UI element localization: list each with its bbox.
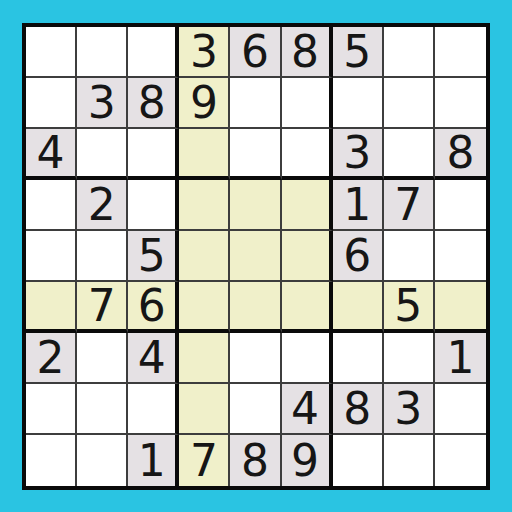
cell-r5c9[interactable] (435, 231, 486, 282)
cell-r3c2[interactable] (77, 129, 128, 180)
cell-r8c7[interactable]: 8 (333, 384, 384, 435)
cell-r1c3[interactable] (128, 27, 179, 78)
cell-r5c3[interactable]: 5 (128, 231, 179, 282)
cell-r5c5[interactable] (230, 231, 281, 282)
cell-r6c1[interactable] (26, 282, 77, 333)
cell-r2c5[interactable] (230, 78, 281, 129)
cell-r9c3[interactable]: 1 (128, 435, 179, 486)
cell-r9c6[interactable]: 9 (282, 435, 333, 486)
cell-r6c6[interactable] (282, 282, 333, 333)
cell-r5c6[interactable] (282, 231, 333, 282)
cell-r9c7[interactable] (333, 435, 384, 486)
cell-r9c9[interactable] (435, 435, 486, 486)
cell-r2c8[interactable] (384, 78, 435, 129)
cell-r1c6[interactable]: 8 (282, 27, 333, 78)
cell-r9c8[interactable] (384, 435, 435, 486)
cell-r4c8[interactable]: 7 (384, 180, 435, 231)
cell-r3c9[interactable]: 8 (435, 129, 486, 180)
cell-r4c9[interactable] (435, 180, 486, 231)
cell-r2c3[interactable]: 8 (128, 78, 179, 129)
cell-r4c7[interactable]: 1 (333, 180, 384, 231)
cell-r6c2[interactable]: 7 (77, 282, 128, 333)
cell-r4c6[interactable] (282, 180, 333, 231)
cell-r1c7[interactable]: 5 (333, 27, 384, 78)
cell-r7c1[interactable]: 2 (26, 333, 77, 384)
cell-r7c2[interactable] (77, 333, 128, 384)
cell-r4c2[interactable]: 2 (77, 180, 128, 231)
cell-r1c1[interactable] (26, 27, 77, 78)
cell-r8c4[interactable] (179, 384, 230, 435)
cell-r4c4[interactable] (179, 180, 230, 231)
cell-r8c5[interactable] (230, 384, 281, 435)
cell-r1c4[interactable]: 3 (179, 27, 230, 78)
sudoku-board: 3685389438217567652414831789 (22, 23, 490, 490)
cell-r7c5[interactable] (230, 333, 281, 384)
cell-r3c3[interactable] (128, 129, 179, 180)
cell-r4c5[interactable] (230, 180, 281, 231)
cell-r9c1[interactable] (26, 435, 77, 486)
cell-r5c1[interactable] (26, 231, 77, 282)
cell-r6c5[interactable] (230, 282, 281, 333)
cell-r5c4[interactable] (179, 231, 230, 282)
cell-r7c9[interactable]: 1 (435, 333, 486, 384)
cell-r7c8[interactable] (384, 333, 435, 384)
cell-r1c2[interactable] (77, 27, 128, 78)
cell-r8c2[interactable] (77, 384, 128, 435)
cell-r8c6[interactable]: 4 (282, 384, 333, 435)
cell-r2c1[interactable] (26, 78, 77, 129)
cell-r4c1[interactable] (26, 180, 77, 231)
cell-r6c9[interactable] (435, 282, 486, 333)
cell-r2c2[interactable]: 3 (77, 78, 128, 129)
cell-r1c9[interactable] (435, 27, 486, 78)
cell-r3c4[interactable] (179, 129, 230, 180)
cell-r6c3[interactable]: 6 (128, 282, 179, 333)
cell-r2c4[interactable]: 9 (179, 78, 230, 129)
cell-r3c1[interactable]: 4 (26, 129, 77, 180)
cell-r8c1[interactable] (26, 384, 77, 435)
cell-r7c6[interactable] (282, 333, 333, 384)
cell-r7c4[interactable] (179, 333, 230, 384)
cell-r5c7[interactable]: 6 (333, 231, 384, 282)
cell-r3c5[interactable] (230, 129, 281, 180)
cell-r8c9[interactable] (435, 384, 486, 435)
cell-r8c3[interactable] (128, 384, 179, 435)
cell-r6c4[interactable] (179, 282, 230, 333)
cell-r1c8[interactable] (384, 27, 435, 78)
cell-r1c5[interactable]: 6 (230, 27, 281, 78)
cell-r3c6[interactable] (282, 129, 333, 180)
cell-r6c8[interactable]: 5 (384, 282, 435, 333)
cell-r7c3[interactable]: 4 (128, 333, 179, 384)
cell-r2c6[interactable] (282, 78, 333, 129)
cell-r6c7[interactable] (333, 282, 384, 333)
cell-r3c8[interactable] (384, 129, 435, 180)
cell-r9c5[interactable]: 8 (230, 435, 281, 486)
cell-r5c8[interactable] (384, 231, 435, 282)
cell-r9c4[interactable]: 7 (179, 435, 230, 486)
cell-r2c7[interactable] (333, 78, 384, 129)
cell-r9c2[interactable] (77, 435, 128, 486)
cell-r8c8[interactable]: 3 (384, 384, 435, 435)
cell-r4c3[interactable] (128, 180, 179, 231)
cell-r5c2[interactable] (77, 231, 128, 282)
cell-r3c7[interactable]: 3 (333, 129, 384, 180)
cell-r7c7[interactable] (333, 333, 384, 384)
cell-r2c9[interactable] (435, 78, 486, 129)
